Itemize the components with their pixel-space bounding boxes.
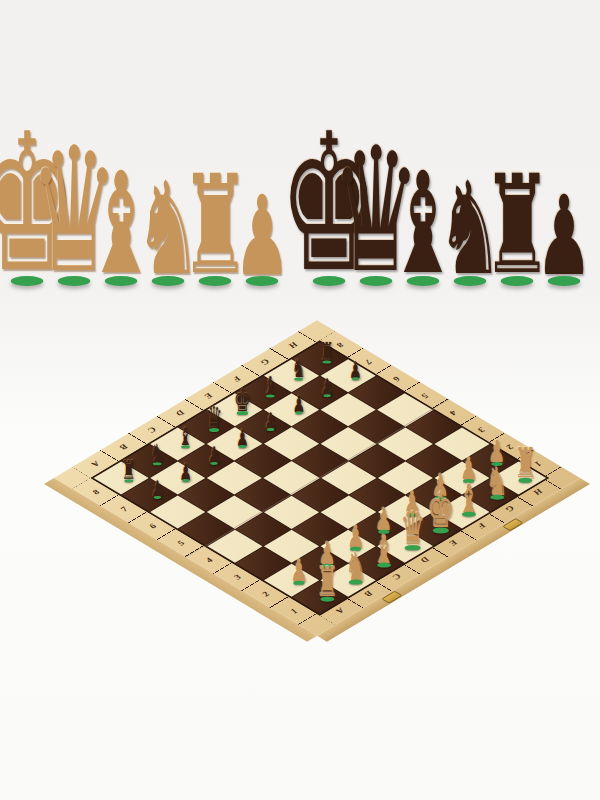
felt-base [519,478,533,483]
tray-piece-black-rook: ♜ [494,112,540,292]
felt-base [105,276,137,286]
piece-glyph: ♟ [349,361,362,379]
piece-glyph: ♞ [292,359,306,379]
felt-base [349,580,362,585]
piece-glyph: ♛ [400,510,426,547]
piece-glyph: ♚ [234,388,251,413]
felt-base [295,377,304,380]
felt-base [501,276,533,286]
felt-base [266,394,275,397]
piece-glyph: ♚ [427,490,454,529]
felt-base [405,545,421,551]
tray-piece-black-pawn: ♟ [541,112,587,292]
piece-glyph: ♜ [316,566,339,599]
piece-glyph: ♟ [290,558,307,583]
piece-glyph: ♝ [458,483,480,514]
felt-base [548,276,580,286]
piece-glyph: ♛ [205,406,222,430]
piece-glyph: ♞ [487,466,509,497]
tray-light: ♚♛♝♞♜♟ [4,112,285,292]
piece-glyph: ♜ [515,447,538,480]
felt-base [294,581,305,585]
product-photo-chess-set: ♚♛♝♞♜♟ ♚♛♝♞♜♟ ABCDEFGH ABCDEFGH 87654321… [0,0,600,800]
felt-base [237,411,248,415]
felt-base [209,428,219,432]
board-scene: ABCDEFGH ABCDEFGH 87654321 87654321 ♜♞♝♚… [0,296,600,736]
pawn-glyph: ♟ [535,192,592,280]
felt-base [407,276,439,286]
tray-piece-white-rook: ♜ [192,112,238,292]
piece-glyph: ♜ [121,461,135,482]
tray-dark: ♚♛♝♞♜♟ [306,112,587,292]
felt-base [323,360,332,363]
felt-base [463,512,476,517]
piece-glyph: ♝ [373,534,395,565]
felt-base [491,495,504,500]
tray-piece-white-pawn: ♟ [239,112,285,292]
felt-base [199,276,231,286]
felt-base [246,276,278,286]
felt-base [432,528,449,534]
felt-base [377,563,390,568]
piece-glyph: ♜ [320,341,334,362]
piece-glyph: ♝ [264,376,278,396]
piece-glyph: ♞ [345,551,367,582]
felt-base [320,597,334,602]
